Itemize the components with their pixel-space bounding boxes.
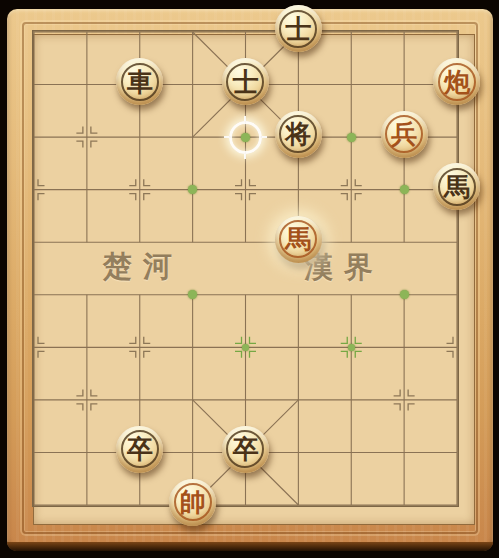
piece-black-soldier[interactable]: 卒 bbox=[116, 426, 163, 473]
piece-glyph: 卒 bbox=[232, 436, 258, 462]
move-target-ring[interactable] bbox=[229, 121, 262, 154]
piece-black-advisor[interactable]: 士 bbox=[275, 5, 322, 52]
piece-glyph: 馬 bbox=[285, 226, 311, 252]
piece-black-advisor[interactable]: 士 bbox=[222, 58, 269, 105]
piece-black-chariot[interactable]: 車 bbox=[116, 58, 163, 105]
piece-glyph: 卒 bbox=[127, 436, 153, 462]
move-hint-dot[interactable] bbox=[347, 133, 356, 142]
move-hint-dot[interactable] bbox=[242, 344, 249, 351]
piece-glyph: 馬 bbox=[444, 174, 470, 200]
move-hint-dot[interactable] bbox=[188, 185, 197, 194]
piece-black-soldier[interactable]: 卒 bbox=[222, 426, 269, 473]
move-hint-dot[interactable] bbox=[348, 344, 355, 351]
piece-red-general[interactable]: 帥 bbox=[169, 479, 216, 526]
piece-black-horse[interactable]: 馬 bbox=[433, 163, 480, 210]
piece-red-soldier[interactable]: 兵 bbox=[381, 111, 428, 158]
piece-glyph: 帥 bbox=[180, 489, 206, 515]
piece-glyph: 士 bbox=[232, 69, 258, 95]
piece-red-horse[interactable]: 馬 bbox=[275, 216, 322, 263]
piece-grid: 士車士炮将兵馬馬卒卒帥 bbox=[8, 6, 484, 532]
piece-red-cannon[interactable]: 炮 bbox=[433, 58, 480, 105]
piece-glyph: 士 bbox=[285, 16, 311, 42]
piece-glyph: 炮 bbox=[444, 69, 470, 95]
piece-glyph: 車 bbox=[127, 69, 153, 95]
move-hint-dot[interactable] bbox=[400, 290, 409, 299]
move-hint-dot[interactable] bbox=[400, 185, 409, 194]
move-hint-dot[interactable] bbox=[188, 290, 197, 299]
frame-bottom-edge bbox=[7, 542, 493, 551]
piece-glyph: 兵 bbox=[391, 121, 417, 147]
piece-black-general[interactable]: 将 bbox=[275, 111, 322, 158]
xiangqi-app: 楚河 漢界 士車士炮将兵馬馬卒卒帥 bbox=[0, 0, 499, 558]
piece-glyph: 将 bbox=[285, 121, 311, 147]
